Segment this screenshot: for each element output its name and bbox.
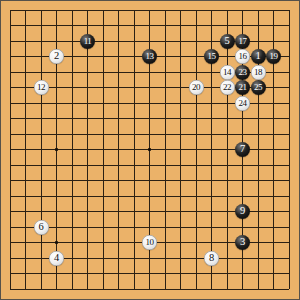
intersection-M11[interactable] (173, 126, 189, 142)
intersection-F19[interactable] (80, 2, 96, 18)
intersection-B14[interactable] (18, 80, 34, 96)
intersection-H3[interactable] (111, 250, 127, 266)
intersection-H15[interactable] (111, 64, 127, 80)
intersection-F14[interactable] (80, 80, 96, 96)
intersection-C5[interactable]: 6 (33, 219, 49, 235)
intersection-G19[interactable] (95, 2, 111, 18)
intersection-O5[interactable] (204, 219, 220, 235)
intersection-L9[interactable] (157, 157, 173, 173)
intersection-G2[interactable] (95, 266, 111, 282)
intersection-R9[interactable] (250, 157, 266, 173)
intersection-S9[interactable] (266, 157, 282, 173)
intersection-G17[interactable] (95, 33, 111, 49)
intersection-K11[interactable] (142, 126, 158, 142)
intersection-D5[interactable] (49, 219, 65, 235)
intersection-A17[interactable] (2, 33, 18, 49)
intersection-Q11[interactable] (235, 126, 251, 142)
intersection-J1[interactable] (126, 281, 142, 297)
intersection-K10[interactable] (142, 142, 158, 158)
intersection-F3[interactable] (80, 250, 96, 266)
intersection-H5[interactable] (111, 219, 127, 235)
intersection-J3[interactable] (126, 250, 142, 266)
intersection-G9[interactable] (95, 157, 111, 173)
intersection-R10[interactable] (250, 142, 266, 158)
intersection-B3[interactable] (18, 250, 34, 266)
intersection-O6[interactable] (204, 204, 220, 220)
intersection-G12[interactable] (95, 111, 111, 127)
intersection-P13[interactable] (219, 95, 235, 111)
intersection-D18[interactable] (49, 18, 65, 34)
intersection-M5[interactable] (173, 219, 189, 235)
intersection-K6[interactable] (142, 204, 158, 220)
intersection-R4[interactable] (250, 235, 266, 251)
intersection-C15[interactable] (33, 64, 49, 80)
intersection-E12[interactable] (64, 111, 80, 127)
intersection-N10[interactable] (188, 142, 204, 158)
intersection-L15[interactable] (157, 64, 173, 80)
intersection-O11[interactable] (204, 126, 220, 142)
intersection-S13[interactable] (266, 95, 282, 111)
intersection-K17[interactable] (142, 33, 158, 49)
intersection-F18[interactable] (80, 18, 96, 34)
intersection-K12[interactable] (142, 111, 158, 127)
intersection-H8[interactable] (111, 173, 127, 189)
intersection-F17[interactable]: 11 (80, 33, 96, 49)
intersection-L14[interactable] (157, 80, 173, 96)
intersection-L8[interactable] (157, 173, 173, 189)
intersection-J4[interactable] (126, 235, 142, 251)
intersection-T9[interactable] (281, 157, 297, 173)
intersection-M4[interactable] (173, 235, 189, 251)
intersection-T15[interactable] (281, 64, 297, 80)
intersection-Q16[interactable]: 16 (235, 49, 251, 65)
intersection-K4[interactable]: 10 (142, 235, 158, 251)
intersection-E11[interactable] (64, 126, 80, 142)
intersection-B1[interactable] (18, 281, 34, 297)
intersection-J8[interactable] (126, 173, 142, 189)
intersection-P2[interactable] (219, 266, 235, 282)
intersection-G3[interactable] (95, 250, 111, 266)
intersection-B4[interactable] (18, 235, 34, 251)
intersection-B13[interactable] (18, 95, 34, 111)
intersection-A14[interactable] (2, 80, 18, 96)
intersection-A1[interactable] (2, 281, 18, 297)
intersection-T11[interactable] (281, 126, 297, 142)
intersection-N14[interactable]: 20 (188, 80, 204, 96)
intersection-E10[interactable] (64, 142, 80, 158)
intersection-B6[interactable] (18, 204, 34, 220)
intersection-O3[interactable]: 8 (204, 250, 220, 266)
intersection-T6[interactable] (281, 204, 297, 220)
intersection-G1[interactable] (95, 281, 111, 297)
intersection-E3[interactable] (64, 250, 80, 266)
intersection-M1[interactable] (173, 281, 189, 297)
intersection-M19[interactable] (173, 2, 189, 18)
intersection-N7[interactable] (188, 188, 204, 204)
intersection-G5[interactable] (95, 219, 111, 235)
intersection-K19[interactable] (142, 2, 158, 18)
intersection-S4[interactable] (266, 235, 282, 251)
intersection-R8[interactable] (250, 173, 266, 189)
intersection-H13[interactable] (111, 95, 127, 111)
go-board[interactable]: 1151721315161191423181220222125247961034… (2, 2, 297, 297)
intersection-P10[interactable] (219, 142, 235, 158)
intersection-D15[interactable] (49, 64, 65, 80)
intersection-L13[interactable] (157, 95, 173, 111)
intersection-E4[interactable] (64, 235, 80, 251)
intersection-R18[interactable] (250, 18, 266, 34)
intersection-P12[interactable] (219, 111, 235, 127)
intersection-A16[interactable] (2, 49, 18, 65)
intersection-G14[interactable] (95, 80, 111, 96)
intersection-N13[interactable] (188, 95, 204, 111)
intersection-B15[interactable] (18, 64, 34, 80)
intersection-C11[interactable] (33, 126, 49, 142)
intersection-D14[interactable] (49, 80, 65, 96)
intersection-E13[interactable] (64, 95, 80, 111)
intersection-R11[interactable] (250, 126, 266, 142)
intersection-J17[interactable] (126, 33, 142, 49)
intersection-E17[interactable] (64, 33, 80, 49)
intersection-E5[interactable] (64, 219, 80, 235)
intersection-R12[interactable] (250, 111, 266, 127)
intersection-M8[interactable] (173, 173, 189, 189)
intersection-C14[interactable]: 12 (33, 80, 49, 96)
intersection-N15[interactable] (188, 64, 204, 80)
intersection-D8[interactable] (49, 173, 65, 189)
intersection-T7[interactable] (281, 188, 297, 204)
intersection-O10[interactable] (204, 142, 220, 158)
intersection-G11[interactable] (95, 126, 111, 142)
intersection-B5[interactable] (18, 219, 34, 235)
intersection-B10[interactable] (18, 142, 34, 158)
intersection-P6[interactable] (219, 204, 235, 220)
intersection-M17[interactable] (173, 33, 189, 49)
intersection-L18[interactable] (157, 18, 173, 34)
intersection-F16[interactable] (80, 49, 96, 65)
intersection-P4[interactable] (219, 235, 235, 251)
intersection-E6[interactable] (64, 204, 80, 220)
intersection-N4[interactable] (188, 235, 204, 251)
intersection-P18[interactable] (219, 18, 235, 34)
intersection-M9[interactable] (173, 157, 189, 173)
intersection-L12[interactable] (157, 111, 173, 127)
intersection-O1[interactable] (204, 281, 220, 297)
intersection-D9[interactable] (49, 157, 65, 173)
intersection-Q13[interactable]: 24 (235, 95, 251, 111)
intersection-F5[interactable] (80, 219, 96, 235)
intersection-J11[interactable] (126, 126, 142, 142)
intersection-M16[interactable] (173, 49, 189, 65)
intersection-B18[interactable] (18, 18, 34, 34)
intersection-G10[interactable] (95, 142, 111, 158)
intersection-R7[interactable] (250, 188, 266, 204)
intersection-D19[interactable] (49, 2, 65, 18)
intersection-S11[interactable] (266, 126, 282, 142)
intersection-Q19[interactable] (235, 2, 251, 18)
intersection-C3[interactable] (33, 250, 49, 266)
intersection-N8[interactable] (188, 173, 204, 189)
intersection-J16[interactable] (126, 49, 142, 65)
intersection-O2[interactable] (204, 266, 220, 282)
intersection-H12[interactable] (111, 111, 127, 127)
intersection-M6[interactable] (173, 204, 189, 220)
intersection-R16[interactable]: 1 (250, 49, 266, 65)
intersection-O16[interactable]: 15 (204, 49, 220, 65)
intersection-T14[interactable] (281, 80, 297, 96)
intersection-C8[interactable] (33, 173, 49, 189)
intersection-F12[interactable] (80, 111, 96, 127)
intersection-M7[interactable] (173, 188, 189, 204)
intersection-O18[interactable] (204, 18, 220, 34)
intersection-F10[interactable] (80, 142, 96, 158)
intersection-A18[interactable] (2, 18, 18, 34)
intersection-Q12[interactable] (235, 111, 251, 127)
intersection-S10[interactable] (266, 142, 282, 158)
intersection-B17[interactable] (18, 33, 34, 49)
intersection-D6[interactable] (49, 204, 65, 220)
intersection-E16[interactable] (64, 49, 80, 65)
intersection-M2[interactable] (173, 266, 189, 282)
intersection-S8[interactable] (266, 173, 282, 189)
intersection-P14[interactable]: 22 (219, 80, 235, 96)
intersection-A13[interactable] (2, 95, 18, 111)
intersection-S17[interactable] (266, 33, 282, 49)
intersection-T17[interactable] (281, 33, 297, 49)
intersection-F13[interactable] (80, 95, 96, 111)
intersection-F8[interactable] (80, 173, 96, 189)
intersection-J19[interactable] (126, 2, 142, 18)
intersection-D16[interactable]: 2 (49, 49, 65, 65)
intersection-P5[interactable] (219, 219, 235, 235)
intersection-Q17[interactable]: 17 (235, 33, 251, 49)
intersection-O9[interactable] (204, 157, 220, 173)
intersection-E18[interactable] (64, 18, 80, 34)
intersection-P9[interactable] (219, 157, 235, 173)
intersection-E19[interactable] (64, 2, 80, 18)
intersection-Q6[interactable]: 9 (235, 204, 251, 220)
intersection-S1[interactable] (266, 281, 282, 297)
intersection-C10[interactable] (33, 142, 49, 158)
intersection-A15[interactable] (2, 64, 18, 80)
intersection-N2[interactable] (188, 266, 204, 282)
intersection-P17[interactable]: 5 (219, 33, 235, 49)
intersection-E8[interactable] (64, 173, 80, 189)
intersection-D2[interactable] (49, 266, 65, 282)
intersection-D10[interactable] (49, 142, 65, 158)
intersection-N17[interactable] (188, 33, 204, 49)
intersection-S7[interactable] (266, 188, 282, 204)
intersection-B2[interactable] (18, 266, 34, 282)
intersection-R3[interactable] (250, 250, 266, 266)
intersection-O14[interactable] (204, 80, 220, 96)
intersection-L10[interactable] (157, 142, 173, 158)
intersection-H16[interactable] (111, 49, 127, 65)
intersection-L16[interactable] (157, 49, 173, 65)
intersection-K16[interactable]: 13 (142, 49, 158, 65)
intersection-C16[interactable] (33, 49, 49, 65)
intersection-T19[interactable] (281, 2, 297, 18)
intersection-L17[interactable] (157, 33, 173, 49)
intersection-F7[interactable] (80, 188, 96, 204)
intersection-A10[interactable] (2, 142, 18, 158)
intersection-S6[interactable] (266, 204, 282, 220)
intersection-G7[interactable] (95, 188, 111, 204)
intersection-P15[interactable]: 14 (219, 64, 235, 80)
intersection-S5[interactable] (266, 219, 282, 235)
intersection-H9[interactable] (111, 157, 127, 173)
intersection-E1[interactable] (64, 281, 80, 297)
intersection-F15[interactable] (80, 64, 96, 80)
intersection-S15[interactable] (266, 64, 282, 80)
intersection-K5[interactable] (142, 219, 158, 235)
intersection-Q9[interactable] (235, 157, 251, 173)
intersection-F2[interactable] (80, 266, 96, 282)
intersection-D13[interactable] (49, 95, 65, 111)
intersection-C12[interactable] (33, 111, 49, 127)
intersection-O8[interactable] (204, 173, 220, 189)
intersection-D17[interactable] (49, 33, 65, 49)
intersection-M15[interactable] (173, 64, 189, 80)
intersection-P7[interactable] (219, 188, 235, 204)
intersection-Q8[interactable] (235, 173, 251, 189)
intersection-T3[interactable] (281, 250, 297, 266)
intersection-Q15[interactable]: 23 (235, 64, 251, 80)
intersection-D7[interactable] (49, 188, 65, 204)
intersection-D11[interactable] (49, 126, 65, 142)
intersection-J7[interactable] (126, 188, 142, 204)
intersection-Q14[interactable]: 21 (235, 80, 251, 96)
intersection-N16[interactable] (188, 49, 204, 65)
intersection-C9[interactable] (33, 157, 49, 173)
intersection-E7[interactable] (64, 188, 80, 204)
intersection-P3[interactable] (219, 250, 235, 266)
intersection-T4[interactable] (281, 235, 297, 251)
intersection-A9[interactable] (2, 157, 18, 173)
intersection-S2[interactable] (266, 266, 282, 282)
intersection-T16[interactable] (281, 49, 297, 65)
intersection-N5[interactable] (188, 219, 204, 235)
intersection-R6[interactable] (250, 204, 266, 220)
intersection-L11[interactable] (157, 126, 173, 142)
intersection-R1[interactable] (250, 281, 266, 297)
intersection-F1[interactable] (80, 281, 96, 297)
intersection-C4[interactable] (33, 235, 49, 251)
intersection-P19[interactable] (219, 2, 235, 18)
intersection-G18[interactable] (95, 18, 111, 34)
intersection-K18[interactable] (142, 18, 158, 34)
intersection-L1[interactable] (157, 281, 173, 297)
intersection-G16[interactable] (95, 49, 111, 65)
intersection-J6[interactable] (126, 204, 142, 220)
intersection-C17[interactable] (33, 33, 49, 49)
intersection-O12[interactable] (204, 111, 220, 127)
intersection-Q4[interactable]: 3 (235, 235, 251, 251)
intersection-C7[interactable] (33, 188, 49, 204)
intersection-J9[interactable] (126, 157, 142, 173)
intersection-H17[interactable] (111, 33, 127, 49)
intersection-A2[interactable] (2, 266, 18, 282)
intersection-N3[interactable] (188, 250, 204, 266)
intersection-S16[interactable]: 19 (266, 49, 282, 65)
intersection-N12[interactable] (188, 111, 204, 127)
intersection-L6[interactable] (157, 204, 173, 220)
intersection-C1[interactable] (33, 281, 49, 297)
intersection-G13[interactable] (95, 95, 111, 111)
intersection-N19[interactable] (188, 2, 204, 18)
intersection-B16[interactable] (18, 49, 34, 65)
intersection-T1[interactable] (281, 281, 297, 297)
intersection-P16[interactable] (219, 49, 235, 65)
intersection-M10[interactable] (173, 142, 189, 158)
intersection-E9[interactable] (64, 157, 80, 173)
intersection-A8[interactable] (2, 173, 18, 189)
intersection-A6[interactable] (2, 204, 18, 220)
intersection-O17[interactable] (204, 33, 220, 49)
intersection-Q2[interactable] (235, 266, 251, 282)
intersection-C18[interactable] (33, 18, 49, 34)
intersection-A3[interactable] (2, 250, 18, 266)
intersection-N6[interactable] (188, 204, 204, 220)
intersection-Q3[interactable] (235, 250, 251, 266)
intersection-N18[interactable] (188, 18, 204, 34)
intersection-T10[interactable] (281, 142, 297, 158)
intersection-S18[interactable] (266, 18, 282, 34)
intersection-D3[interactable]: 4 (49, 250, 65, 266)
intersection-H1[interactable] (111, 281, 127, 297)
intersection-N9[interactable] (188, 157, 204, 173)
intersection-C2[interactable] (33, 266, 49, 282)
intersection-H19[interactable] (111, 2, 127, 18)
intersection-T5[interactable] (281, 219, 297, 235)
intersection-A5[interactable] (2, 219, 18, 235)
intersection-H11[interactable] (111, 126, 127, 142)
intersection-Q5[interactable] (235, 219, 251, 235)
intersection-Q10[interactable]: 7 (235, 142, 251, 158)
intersection-P8[interactable] (219, 173, 235, 189)
intersection-J5[interactable] (126, 219, 142, 235)
intersection-T13[interactable] (281, 95, 297, 111)
intersection-H14[interactable] (111, 80, 127, 96)
intersection-F9[interactable] (80, 157, 96, 173)
intersection-J2[interactable] (126, 266, 142, 282)
intersection-L2[interactable] (157, 266, 173, 282)
intersection-K1[interactable] (142, 281, 158, 297)
intersection-T18[interactable] (281, 18, 297, 34)
intersection-K13[interactable] (142, 95, 158, 111)
intersection-C13[interactable] (33, 95, 49, 111)
intersection-B12[interactable] (18, 111, 34, 127)
intersection-O19[interactable] (204, 2, 220, 18)
intersection-O4[interactable] (204, 235, 220, 251)
intersection-N1[interactable] (188, 281, 204, 297)
intersection-R17[interactable] (250, 33, 266, 49)
intersection-D4[interactable] (49, 235, 65, 251)
intersection-H6[interactable] (111, 204, 127, 220)
intersection-G15[interactable] (95, 64, 111, 80)
intersection-A11[interactable] (2, 126, 18, 142)
intersection-J13[interactable] (126, 95, 142, 111)
intersection-J15[interactable] (126, 64, 142, 80)
intersection-R15[interactable]: 18 (250, 64, 266, 80)
intersection-F6[interactable] (80, 204, 96, 220)
intersection-B19[interactable] (18, 2, 34, 18)
intersection-G8[interactable] (95, 173, 111, 189)
intersection-K15[interactable] (142, 64, 158, 80)
intersection-K2[interactable] (142, 266, 158, 282)
intersection-O15[interactable] (204, 64, 220, 80)
intersection-B9[interactable] (18, 157, 34, 173)
